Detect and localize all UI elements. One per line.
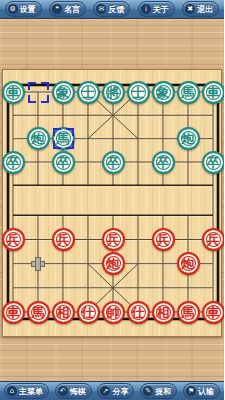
feedback-label: 反馈 (108, 4, 124, 15)
main-menu-label: 主菜单 (19, 386, 43, 397)
piece-red-soldier[interactable]: 兵 (152, 228, 175, 251)
piece-red-soldier[interactable]: 兵 (202, 228, 225, 251)
undo-move-label: 悔棋 (70, 386, 86, 397)
board-grid (3, 70, 223, 338)
settings-label: 设置 (20, 4, 36, 15)
resign-button[interactable]: ⚑认输 (183, 383, 220, 399)
piece-red-soldier[interactable]: 兵 (52, 228, 75, 251)
piece-black-soldier[interactable]: 卒 (102, 151, 125, 174)
settings-button[interactable]: ⚙设置 (5, 1, 42, 17)
close-icon: ✖ (185, 4, 195, 14)
exit-button[interactable]: ✖退出 (182, 1, 219, 17)
piece-black-chariot[interactable]: 車 (202, 81, 225, 104)
undo-icon: ↶ (58, 386, 68, 396)
piece-red-cannon[interactable]: 炮 (177, 252, 200, 275)
piece-black-horse[interactable]: 馬 (52, 127, 75, 150)
piece-black-soldier[interactable]: 卒 (2, 151, 25, 174)
piece-red-horse[interactable]: 馬 (177, 301, 200, 324)
piece-black-general[interactable]: 將 (102, 81, 125, 104)
piece-red-chariot[interactable]: 車 (202, 301, 225, 324)
piece-black-cannon[interactable]: 炮 (27, 127, 50, 150)
top-toolbar: ⚙设置❝名言✉反馈i关于✖退出 (0, 0, 224, 19)
quotes-label: 名言 (64, 4, 80, 15)
piece-black-elephant[interactable]: 象 (152, 81, 175, 104)
share-label: 分享 (112, 386, 128, 397)
piece-red-soldier[interactable]: 兵 (102, 228, 125, 251)
piece-black-soldier[interactable]: 卒 (52, 151, 75, 174)
gear-icon: ⚙ (8, 4, 18, 14)
piece-black-cannon[interactable]: 炮 (177, 127, 200, 150)
resign-label: 认输 (198, 386, 214, 397)
about-button[interactable]: i关于 (138, 1, 175, 17)
piece-black-advisor[interactable]: 士 (127, 81, 150, 104)
piece-black-elephant[interactable]: 象 (52, 81, 75, 104)
home-icon: ⌂ (7, 386, 17, 396)
piece-red-cannon[interactable]: 炮 (102, 252, 125, 275)
feedback-button[interactable]: ✉反馈 (93, 1, 130, 17)
speech-icon: ❝ (52, 4, 62, 14)
exit-label: 退出 (197, 4, 213, 15)
quotes-button[interactable]: ❝名言 (49, 1, 86, 17)
piece-red-horse[interactable]: 馬 (27, 301, 50, 324)
piece-red-chariot[interactable]: 車 (2, 301, 25, 324)
piece-black-soldier[interactable]: 卒 (152, 151, 175, 174)
main-menu-button[interactable]: ⌂主菜单 (4, 383, 49, 399)
piece-black-chariot[interactable]: 車 (2, 81, 25, 104)
xiangqi-app-screen: ⚙设置❝名言✉反馈i关于✖退出 (0, 0, 224, 400)
bottom-toolbar: ⌂主菜单↶悔棋↗分享✎提和⚑认输 (0, 381, 224, 400)
piece-red-elephant[interactable]: 相 (152, 301, 175, 324)
undo-move-button[interactable]: ↶悔棋 (55, 383, 92, 399)
about-label: 关于 (153, 4, 169, 15)
piece-black-horse[interactable]: 馬 (177, 81, 200, 104)
piece-black-soldier[interactable]: 卒 (202, 151, 225, 174)
mail-icon: ✉ (96, 4, 106, 14)
piece-red-advisor[interactable]: 仕 (77, 301, 100, 324)
piece-black-advisor[interactable]: 士 (77, 81, 100, 104)
flag-icon: ⚑ (186, 386, 196, 396)
offer-draw-label: 提和 (155, 386, 171, 397)
offer-draw-button[interactable]: ✎提和 (140, 383, 177, 399)
piece-red-advisor[interactable]: 仕 (127, 301, 150, 324)
share-button[interactable]: ↗分享 (97, 383, 134, 399)
piece-red-elephant[interactable]: 相 (52, 301, 75, 324)
pencil-icon: ✎ (143, 386, 153, 396)
piece-red-general[interactable]: 帥 (102, 301, 125, 324)
xiangqi-board[interactable]: 車象士將士象馬車炮馬炮卒卒卒卒卒兵兵兵兵兵炮炮車馬相仕帥仕相馬車 (2, 69, 222, 337)
info-icon: i (141, 4, 151, 14)
share-icon: ↗ (100, 386, 110, 396)
piece-red-soldier[interactable]: 兵 (2, 228, 25, 251)
